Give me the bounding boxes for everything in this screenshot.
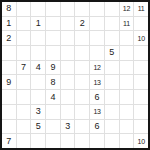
empty-cell-r8c8[interactable] bbox=[105, 105, 119, 119]
clue-cell-r2c9: 11 bbox=[120, 17, 134, 31]
empty-cell-r7c2[interactable] bbox=[17, 90, 31, 104]
clue-cell-r2c3: 1 bbox=[31, 17, 45, 31]
clue-cell-r9c3: 5 bbox=[31, 120, 45, 134]
clue-cell-r5c4: 9 bbox=[46, 61, 60, 75]
clue-cell-r7c4: 4 bbox=[46, 90, 60, 104]
empty-cell-r4c7[interactable] bbox=[90, 46, 104, 60]
clue-cell-r3c1: 2 bbox=[2, 31, 16, 45]
empty-cell-r2c8[interactable] bbox=[105, 17, 119, 31]
empty-cell-r6c10[interactable] bbox=[134, 75, 148, 89]
clue-cell-r1c1: 8 bbox=[2, 2, 16, 16]
empty-cell-r10c5[interactable] bbox=[61, 134, 75, 148]
empty-cell-r7c8[interactable] bbox=[105, 90, 119, 104]
empty-cell-r4c5[interactable] bbox=[61, 46, 75, 60]
clue-cell-r1c10: 11 bbox=[134, 2, 148, 16]
clue-cell-r2c1: 1 bbox=[2, 17, 16, 31]
empty-cell-r9c9[interactable] bbox=[120, 120, 134, 134]
empty-cell-r10c4[interactable] bbox=[46, 134, 60, 148]
empty-cell-r8c9[interactable] bbox=[120, 105, 134, 119]
puzzle-board: 8121111211210574912981346313536710 bbox=[0, 0, 150, 150]
empty-cell-r4c2[interactable] bbox=[17, 46, 31, 60]
empty-cell-r6c8[interactable] bbox=[105, 75, 119, 89]
clue-cell-r3c10: 10 bbox=[134, 31, 148, 45]
clue-cell-r6c7: 13 bbox=[90, 75, 104, 89]
empty-cell-r10c9[interactable] bbox=[120, 134, 134, 148]
empty-cell-r10c8[interactable] bbox=[105, 134, 119, 148]
empty-cell-r7c5[interactable] bbox=[61, 90, 75, 104]
clue-cell-r4c8: 5 bbox=[105, 46, 119, 60]
empty-cell-r1c2[interactable] bbox=[17, 2, 31, 16]
empty-cell-r9c1[interactable] bbox=[2, 120, 16, 134]
empty-cell-r4c3[interactable] bbox=[31, 46, 45, 60]
empty-cell-r1c8[interactable] bbox=[105, 2, 119, 16]
empty-cell-r8c2[interactable] bbox=[17, 105, 31, 119]
empty-cell-r6c5[interactable] bbox=[61, 75, 75, 89]
clue-cell-r10c1: 7 bbox=[2, 134, 16, 148]
clue-cell-r8c3: 3 bbox=[31, 105, 45, 119]
empty-cell-r5c8[interactable] bbox=[105, 61, 119, 75]
empty-cell-r3c6[interactable] bbox=[75, 31, 89, 45]
empty-cell-r1c6[interactable] bbox=[75, 2, 89, 16]
empty-cell-r3c9[interactable] bbox=[120, 31, 134, 45]
empty-cell-r2c7[interactable] bbox=[90, 17, 104, 31]
empty-cell-r9c2[interactable] bbox=[17, 120, 31, 134]
empty-cell-r5c10[interactable] bbox=[134, 61, 148, 75]
empty-cell-r3c3[interactable] bbox=[31, 31, 45, 45]
empty-cell-r2c5[interactable] bbox=[61, 17, 75, 31]
empty-cell-r3c5[interactable] bbox=[61, 31, 75, 45]
empty-cell-r7c10[interactable] bbox=[134, 90, 148, 104]
empty-cell-r9c10[interactable] bbox=[134, 120, 148, 134]
clue-cell-r5c2: 7 bbox=[17, 61, 31, 75]
empty-cell-r8c1[interactable] bbox=[2, 105, 16, 119]
empty-cell-r3c4[interactable] bbox=[46, 31, 60, 45]
empty-cell-r7c6[interactable] bbox=[75, 90, 89, 104]
empty-cell-r6c2[interactable] bbox=[17, 75, 31, 89]
empty-cell-r4c1[interactable] bbox=[2, 46, 16, 60]
empty-cell-r9c4[interactable] bbox=[46, 120, 60, 134]
empty-cell-r6c3[interactable] bbox=[31, 75, 45, 89]
empty-cell-r4c6[interactable] bbox=[75, 46, 89, 60]
empty-cell-r7c1[interactable] bbox=[2, 90, 16, 104]
clue-cell-r9c5: 3 bbox=[61, 120, 75, 134]
empty-cell-r5c6[interactable] bbox=[75, 61, 89, 75]
empty-cell-r8c5[interactable] bbox=[61, 105, 75, 119]
empty-cell-r8c10[interactable] bbox=[134, 105, 148, 119]
empty-cell-r10c2[interactable] bbox=[17, 134, 31, 148]
empty-cell-r3c2[interactable] bbox=[17, 31, 31, 45]
empty-cell-r5c1[interactable] bbox=[2, 61, 16, 75]
empty-cell-r1c5[interactable] bbox=[61, 2, 75, 16]
clue-cell-r2c6: 2 bbox=[75, 17, 89, 31]
empty-cell-r2c10[interactable] bbox=[134, 17, 148, 31]
empty-cell-r5c5[interactable] bbox=[61, 61, 75, 75]
empty-cell-r9c6[interactable] bbox=[75, 120, 89, 134]
clue-cell-r1c9: 12 bbox=[120, 2, 134, 16]
empty-cell-r8c6[interactable] bbox=[75, 105, 89, 119]
clue-cell-r5c7: 12 bbox=[90, 61, 104, 75]
empty-cell-r5c9[interactable] bbox=[120, 61, 134, 75]
empty-cell-r10c6[interactable] bbox=[75, 134, 89, 148]
empty-cell-r8c4[interactable] bbox=[46, 105, 60, 119]
clue-cell-r9c7: 6 bbox=[90, 120, 104, 134]
empty-cell-r1c4[interactable] bbox=[46, 2, 60, 16]
empty-cell-r7c9[interactable] bbox=[120, 90, 134, 104]
empty-cell-r4c9[interactable] bbox=[120, 46, 134, 60]
empty-cell-r4c4[interactable] bbox=[46, 46, 60, 60]
clue-cell-r8c7: 13 bbox=[90, 105, 104, 119]
empty-cell-r3c7[interactable] bbox=[90, 31, 104, 45]
clue-cell-r10c10: 10 bbox=[134, 134, 148, 148]
empty-cell-r2c4[interactable] bbox=[46, 17, 60, 31]
empty-cell-r10c7[interactable] bbox=[90, 134, 104, 148]
clue-cell-r5c3: 4 bbox=[31, 61, 45, 75]
empty-cell-r4c10[interactable] bbox=[134, 46, 148, 60]
empty-cell-r7c3[interactable] bbox=[31, 90, 45, 104]
empty-cell-r1c7[interactable] bbox=[90, 2, 104, 16]
empty-cell-r10c3[interactable] bbox=[31, 134, 45, 148]
empty-cell-r2c2[interactable] bbox=[17, 17, 31, 31]
empty-cell-r6c6[interactable] bbox=[75, 75, 89, 89]
clue-cell-r7c7: 6 bbox=[90, 90, 104, 104]
clue-cell-r6c1: 9 bbox=[2, 75, 16, 89]
empty-cell-r3c8[interactable] bbox=[105, 31, 119, 45]
clue-cell-r6c4: 8 bbox=[46, 75, 60, 89]
empty-cell-r1c3[interactable] bbox=[31, 2, 45, 16]
empty-cell-r9c8[interactable] bbox=[105, 120, 119, 134]
empty-cell-r6c9[interactable] bbox=[120, 75, 134, 89]
